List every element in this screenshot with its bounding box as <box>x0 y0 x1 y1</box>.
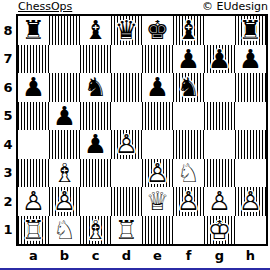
white-pawn-piece[interactable]: ♟♙ <box>204 187 235 216</box>
square-b4[interactable] <box>49 130 80 159</box>
rank-label-6: 6 <box>0 73 16 102</box>
rank-label-1: 1 <box>0 216 16 245</box>
white-pawn-glyph-icon: ♙ <box>204 187 235 216</box>
black-rook-glyph-icon: ♜ <box>235 16 266 45</box>
white-pawn-piece[interactable]: ♟♙ <box>173 187 204 216</box>
square-a8[interactable]: ♜♜ <box>18 16 49 45</box>
black-pawn-glyph-icon: ♟ <box>49 102 80 131</box>
square-c1[interactable]: ♝♗ <box>80 216 111 245</box>
square-h5[interactable] <box>235 102 266 131</box>
square-h7[interactable]: ♟♟ <box>235 45 266 74</box>
rank-labels: 87654321 <box>0 16 16 244</box>
square-a2[interactable]: ♟♙ <box>18 187 49 216</box>
square-a1[interactable]: ♜♖ <box>18 216 49 245</box>
square-d3[interactable] <box>111 159 142 188</box>
black-pawn-glyph-icon: ♟ <box>204 45 235 74</box>
square-b1[interactable]: ♞♘ <box>49 216 80 245</box>
white-knight-piece[interactable]: ♞♘ <box>49 216 80 245</box>
black-king-piece[interactable]: ♚♚ <box>142 16 173 45</box>
black-pawn-piece[interactable]: ♟♟ <box>18 73 49 102</box>
file-labels: abcdefgh <box>18 247 266 263</box>
square-g4[interactable] <box>204 130 235 159</box>
square-h6[interactable] <box>235 73 266 102</box>
square-g3[interactable] <box>204 159 235 188</box>
white-knight-glyph-icon: ♘ <box>49 216 80 245</box>
black-knight-piece[interactable]: ♞♞ <box>80 73 111 102</box>
black-pawn-piece[interactable]: ♟♟ <box>142 73 173 102</box>
square-f5[interactable] <box>173 102 204 131</box>
black-pawn-glyph-icon: ♟ <box>18 73 49 102</box>
square-b8[interactable] <box>49 16 80 45</box>
square-e3[interactable]: ♟♙ <box>142 159 173 188</box>
square-d1[interactable]: ♜♖ <box>111 216 142 245</box>
white-knight-piece[interactable]: ♞♘ <box>173 159 204 188</box>
black-knight-glyph-icon: ♞ <box>80 73 111 102</box>
white-rook-piece[interactable]: ♜♖ <box>18 216 49 245</box>
white-pawn-glyph-icon: ♙ <box>142 159 173 188</box>
black-bishop-piece[interactable]: ♝♝ <box>173 16 204 45</box>
white-pawn-glyph-icon: ♙ <box>111 130 142 159</box>
black-pawn-piece[interactable]: ♟♟ <box>235 45 266 74</box>
square-d7[interactable] <box>111 45 142 74</box>
file-label-d: d <box>111 247 142 263</box>
black-king-glyph-icon: ♚ <box>142 16 173 45</box>
square-g1[interactable]: ♚♔ <box>204 216 235 245</box>
square-f3[interactable]: ♞♘ <box>173 159 204 188</box>
square-d2[interactable] <box>111 187 142 216</box>
black-pawn-glyph-icon: ♟ <box>80 130 111 159</box>
black-bishop-glyph-icon: ♝ <box>173 16 204 45</box>
square-c6[interactable]: ♞♞ <box>80 73 111 102</box>
square-d4[interactable]: ♟♙ <box>111 130 142 159</box>
file-label-a: a <box>18 247 49 263</box>
square-c7[interactable] <box>80 45 111 74</box>
black-bishop-glyph-icon: ♝ <box>80 16 111 45</box>
white-pawn-glyph-icon: ♙ <box>173 187 204 216</box>
white-bishop-glyph-icon: ♗ <box>49 159 80 188</box>
square-g7[interactable]: ♟♟ <box>204 45 235 74</box>
square-d6[interactable] <box>111 73 142 102</box>
white-pawn-piece[interactable]: ♟♙ <box>142 159 173 188</box>
square-a6[interactable]: ♟♟ <box>18 73 49 102</box>
black-pawn-piece[interactable]: ♟♟ <box>173 45 204 74</box>
white-king-glyph-icon: ♔ <box>204 216 235 245</box>
black-queen-glyph-icon: ♛ <box>111 16 142 45</box>
white-knight-glyph-icon: ♘ <box>173 159 204 188</box>
square-b2[interactable]: ♟♙ <box>49 187 80 216</box>
black-pawn-glyph-icon: ♟ <box>235 45 266 74</box>
rank-label-5: 5 <box>0 102 16 131</box>
file-label-f: f <box>173 247 204 263</box>
square-c3[interactable] <box>80 159 111 188</box>
black-rook-piece[interactable]: ♜♜ <box>235 16 266 45</box>
white-pawn-piece[interactable]: ♟♙ <box>49 187 80 216</box>
black-bishop-piece[interactable]: ♝♝ <box>80 16 111 45</box>
black-knight-glyph-icon: ♞ <box>173 73 204 102</box>
white-pawn-glyph-icon: ♙ <box>49 187 80 216</box>
square-f1[interactable] <box>173 216 204 245</box>
square-e1[interactable] <box>142 216 173 245</box>
black-pawn-glyph-icon: ♟ <box>142 73 173 102</box>
square-f8[interactable]: ♝♝ <box>173 16 204 45</box>
square-a3[interactable] <box>18 159 49 188</box>
square-b5[interactable]: ♟♟ <box>49 102 80 131</box>
black-knight-piece[interactable]: ♞♞ <box>173 73 204 102</box>
square-f6[interactable]: ♞♞ <box>173 73 204 102</box>
square-a5[interactable] <box>18 102 49 131</box>
copyright-label: © EUdesign <box>202 0 268 13</box>
square-e4[interactable] <box>142 130 173 159</box>
white-bishop-piece[interactable]: ♝♗ <box>80 216 111 245</box>
rank-label-7: 7 <box>0 45 16 74</box>
white-rook-glyph-icon: ♖ <box>111 216 142 245</box>
square-e6[interactable]: ♟♟ <box>142 73 173 102</box>
black-pawn-glyph-icon: ♟ <box>173 45 204 74</box>
square-a4[interactable] <box>18 130 49 159</box>
white-bishop-piece[interactable]: ♝♗ <box>49 159 80 188</box>
black-pawn-piece[interactable]: ♟♟ <box>204 45 235 74</box>
square-e8[interactable]: ♚♚ <box>142 16 173 45</box>
square-g8[interactable] <box>204 16 235 45</box>
square-c5[interactable] <box>80 102 111 131</box>
square-f4[interactable] <box>173 130 204 159</box>
square-h2[interactable]: ♟♙ <box>235 187 266 216</box>
board: ♜♜♝♝♛♛♚♚♝♝♜♜♟♟♟♟♟♟♟♟♞♞♟♟♞♞♟♟♟♟♟♙♝♗♟♙♞♘♟♙… <box>16 14 268 246</box>
square-d5[interactable] <box>111 102 142 131</box>
file-label-e: e <box>142 247 173 263</box>
white-rook-piece[interactable]: ♜♖ <box>111 216 142 245</box>
square-g6[interactable] <box>204 73 235 102</box>
rank-label-3: 3 <box>0 159 16 188</box>
square-f7[interactable]: ♟♟ <box>173 45 204 74</box>
square-g5[interactable] <box>204 102 235 131</box>
square-c8[interactable]: ♝♝ <box>80 16 111 45</box>
file-label-g: g <box>204 247 235 263</box>
white-pawn-piece[interactable]: ♟♙ <box>235 187 266 216</box>
black-rook-piece[interactable]: ♜♜ <box>18 16 49 45</box>
square-b3[interactable]: ♝♗ <box>49 159 80 188</box>
white-queen-piece[interactable]: ♛♕ <box>142 187 173 216</box>
file-label-b: b <box>49 247 80 263</box>
rank-label-8: 8 <box>0 16 16 45</box>
white-pawn-piece[interactable]: ♟♙ <box>111 130 142 159</box>
rank-label-4: 4 <box>0 130 16 159</box>
white-queen-glyph-icon: ♕ <box>142 187 173 216</box>
app-title: ChessOps <box>18 0 72 13</box>
square-f2[interactable]: ♟♙ <box>173 187 204 216</box>
square-h1[interactable] <box>235 216 266 245</box>
square-h8[interactable]: ♜♜ <box>235 16 266 45</box>
black-pawn-piece[interactable]: ♟♟ <box>49 102 80 131</box>
square-e7[interactable] <box>142 45 173 74</box>
white-pawn-glyph-icon: ♙ <box>18 187 49 216</box>
square-c2[interactable] <box>80 187 111 216</box>
square-a7[interactable] <box>18 45 49 74</box>
file-label-c: c <box>80 247 111 263</box>
square-e5[interactable] <box>142 102 173 131</box>
white-bishop-glyph-icon: ♗ <box>80 216 111 245</box>
square-h3[interactable] <box>235 159 266 188</box>
white-rook-glyph-icon: ♖ <box>18 216 49 245</box>
white-pawn-glyph-icon: ♙ <box>235 187 266 216</box>
rank-label-2: 2 <box>0 187 16 216</box>
white-pawn-piece[interactable]: ♟♙ <box>18 187 49 216</box>
white-king-piece[interactable]: ♚♔ <box>204 216 235 245</box>
square-g2[interactable]: ♟♙ <box>204 187 235 216</box>
square-e2[interactable]: ♛♕ <box>142 187 173 216</box>
black-rook-glyph-icon: ♜ <box>18 16 49 45</box>
square-b7[interactable] <box>49 45 80 74</box>
square-h4[interactable] <box>235 130 266 159</box>
black-queen-piece[interactable]: ♛♛ <box>111 16 142 45</box>
chessops-diagram: ChessOps © EUdesign 87654321 ♜♜♝♝♛♛♚♚♝♝♜… <box>0 0 270 270</box>
square-b6[interactable] <box>49 73 80 102</box>
square-c4[interactable]: ♟♟ <box>80 130 111 159</box>
square-d8[interactable]: ♛♛ <box>111 16 142 45</box>
black-pawn-piece[interactable]: ♟♟ <box>80 130 111 159</box>
file-label-h: h <box>235 247 266 263</box>
